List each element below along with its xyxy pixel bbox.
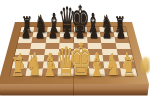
chess-product-photo: ♜♞♝♛♚♝♞♜♟♟♟♟♟♟♟♟♟♟♟♟♟♟♟♟♜♞♝♛♚♝♞♜ (0, 0, 150, 105)
piece-white-knight-g1: ♞ (105, 51, 120, 80)
piece-white-rook-a1: ♜ (12, 54, 26, 80)
piece-white-bishop-f1: ♝ (89, 49, 106, 81)
piece-black-pawn-h7: ♟ (116, 22, 126, 41)
piece-white-rook-h1: ♜ (122, 54, 136, 80)
pieces-layer: ♜♞♝♛♚♝♞♜♟♟♟♟♟♟♟♟♟♟♟♟♟♟♟♟♜♞♝♛♚♝♞♜ (0, 0, 150, 105)
piece-black-pawn-g7: ♟ (102, 22, 112, 41)
piece-white-knight-b1: ♞ (27, 51, 42, 80)
piece-black-pawn-a7: ♟ (21, 22, 31, 41)
piece-black-pawn-b7: ♟ (35, 22, 45, 41)
